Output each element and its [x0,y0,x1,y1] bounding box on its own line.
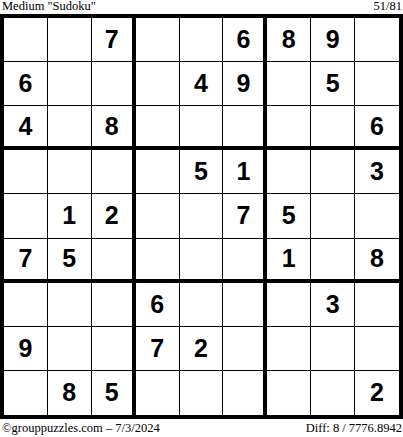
given-digit: 5 [105,380,119,405]
cell-r7c1[interactable] [4,283,48,327]
cell-r9c7[interactable] [267,371,311,415]
cell-r5c3: 2 [92,194,136,238]
cell-r9c6[interactable] [223,371,267,415]
cell-r6c4[interactable] [136,239,180,283]
cell-r3c3: 8 [92,106,136,150]
given-digit: 3 [326,292,340,317]
given-digit: 7 [150,336,164,361]
cell-r8c9[interactable] [355,327,399,371]
cell-r5c9[interactable] [355,194,399,238]
given-digit: 4 [194,71,208,96]
given-digit: 5 [326,71,340,96]
cell-r5c6: 7 [223,194,267,238]
cell-r6c2: 5 [48,239,92,283]
cell-r7c7[interactable] [267,283,311,327]
cell-r1c4[interactable] [136,18,180,62]
cell-r1c5[interactable] [180,18,224,62]
cell-r2c9[interactable] [355,62,399,106]
cell-r2c1: 6 [4,62,48,106]
given-digit: 7 [18,246,32,271]
given-digit: 9 [236,71,250,96]
given-digit: 5 [282,203,296,228]
cell-r4c6: 1 [223,150,267,194]
cell-r3c6[interactable] [223,106,267,150]
cell-r7c9[interactable] [355,283,399,327]
cell-r2c3[interactable] [92,62,136,106]
cell-r1c9[interactable] [355,18,399,62]
cell-r5c2: 1 [48,194,92,238]
cell-r5c8[interactable] [311,194,355,238]
cell-r9c1[interactable] [4,371,48,415]
given-digit: 6 [236,27,250,52]
cell-r8c8[interactable] [311,327,355,371]
given-digit: 9 [326,27,340,52]
cell-r4c3[interactable] [92,150,136,194]
cell-r8c3[interactable] [92,327,136,371]
header: Medium "Sudoku" 51/81 [0,0,403,14]
given-digit: 3 [370,159,384,184]
given-digit: 8 [62,380,76,405]
cell-r1c7: 8 [267,18,311,62]
cell-r4c4[interactable] [136,150,180,194]
cell-r7c2[interactable] [48,283,92,327]
cell-r2c8: 5 [311,62,355,106]
cell-r1c3: 7 [92,18,136,62]
given-digit: 4 [18,114,32,139]
cell-r9c3: 5 [92,371,136,415]
given-digit: 1 [282,246,296,271]
cell-r5c4[interactable] [136,194,180,238]
given-digit: 1 [62,203,76,228]
given-digit: 8 [105,114,119,139]
cell-r2c6: 9 [223,62,267,106]
given-digit: 8 [370,246,384,271]
cell-r8c5: 2 [180,327,224,371]
cell-r1c2[interactable] [48,18,92,62]
cell-r3c9: 6 [355,106,399,150]
difficulty-rating: Diff: 8 / 7776.8942 [306,421,402,436]
cell-r2c2[interactable] [48,62,92,106]
cell-r6c5[interactable] [180,239,224,283]
footer: ©grouppuzzles.com – 7/3/2024 Diff: 8 / 7… [0,419,403,437]
cell-r1c1[interactable] [4,18,48,62]
cell-r6c3[interactable] [92,239,136,283]
cell-r4c5: 5 [180,150,224,194]
puzzle-page: Medium "Sudoku" 51/81 768964954865131275… [0,0,403,437]
cell-r4c7[interactable] [267,150,311,194]
cell-r9c5[interactable] [180,371,224,415]
given-digit: 6 [150,292,164,317]
given-digit: 7 [236,203,250,228]
cell-r3c1: 4 [4,106,48,150]
puzzle-title: Medium "Sudoku" [2,0,96,13]
given-digit: 6 [18,71,32,96]
given-digit: 5 [62,246,76,271]
cell-r1c6: 6 [223,18,267,62]
copyright-date: ©grouppuzzles.com – 7/3/2024 [2,421,160,436]
cell-r8c4: 7 [136,327,180,371]
cell-r3c7[interactable] [267,106,311,150]
cell-r7c5[interactable] [180,283,224,327]
given-digit: 2 [105,203,119,228]
cell-r6c1: 7 [4,239,48,283]
cell-r5c5[interactable] [180,194,224,238]
cell-r3c8[interactable] [311,106,355,150]
cell-r7c4: 6 [136,283,180,327]
cell-r9c2: 8 [48,371,92,415]
cell-r2c7[interactable] [267,62,311,106]
cell-r6c9: 8 [355,239,399,283]
given-digit: 9 [18,336,32,361]
cell-r7c3[interactable] [92,283,136,327]
given-digit: 5 [194,159,208,184]
blank-counter: 51/81 [374,0,402,13]
given-digit: 8 [282,27,296,52]
given-digit: 6 [370,114,384,139]
cell-r5c7: 5 [267,194,311,238]
given-digit: 1 [236,159,250,184]
cell-r1c8: 9 [311,18,355,62]
cell-r9c8[interactable] [311,371,355,415]
cell-r2c4[interactable] [136,62,180,106]
cell-r3c4[interactable] [136,106,180,150]
given-digit: 2 [370,380,384,405]
cell-r6c6[interactable] [223,239,267,283]
cell-r3c5[interactable] [180,106,224,150]
given-digit: 7 [105,27,119,52]
cell-r8c1: 9 [4,327,48,371]
cell-r4c1[interactable] [4,150,48,194]
sudoku-board: 768964954865131275751863972852 [0,14,403,419]
cell-r5c1[interactable] [4,194,48,238]
cell-r6c8[interactable] [311,239,355,283]
cell-r9c4[interactable] [136,371,180,415]
cell-r8c6[interactable] [223,327,267,371]
cell-r7c8: 3 [311,283,355,327]
cell-r2c5: 4 [180,62,224,106]
cell-r8c7[interactable] [267,327,311,371]
given-digit: 2 [194,336,208,361]
cell-r4c2[interactable] [48,150,92,194]
cell-r4c8[interactable] [311,150,355,194]
cell-r8c2[interactable] [48,327,92,371]
cell-r6c7: 1 [267,239,311,283]
cell-r4c9: 3 [355,150,399,194]
cell-r7c6[interactable] [223,283,267,327]
cell-r3c2[interactable] [48,106,92,150]
cell-r9c9: 2 [355,371,399,415]
